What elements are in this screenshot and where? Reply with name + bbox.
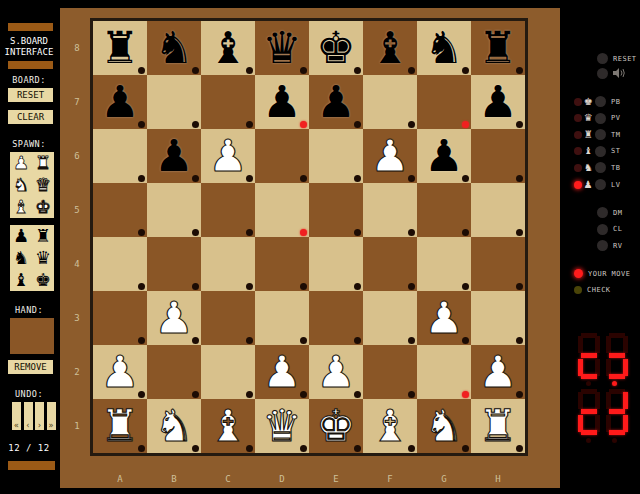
square-d2[interactable]: ♟ [255,345,309,399]
square-marker-dot [192,391,199,398]
app-window: S.BOARD INTERFACE BOARD: RESET CLEAR SPA… [0,0,640,494]
square-marker-dot [300,445,307,452]
mode-row-dm: DM [560,204,640,221]
square-marker-dot [516,67,523,74]
sound-row [560,65,640,82]
button-lv[interactable] [595,179,606,190]
indicator-led-pb [574,98,582,106]
square-g2[interactable] [417,345,471,399]
square-marker-dot [408,391,415,398]
your-move-led [574,269,583,278]
clock-decimal-point-3 [586,438,591,443]
square-marker-dot [408,67,415,74]
spawn-black-king[interactable]: ♚ [32,269,54,291]
square-g8[interactable]: ♞ [417,21,471,75]
square-h8[interactable]: ♜ [471,21,525,75]
square-e8[interactable]: ♚ [309,21,363,75]
square-g6[interactable]: ♟ [417,129,471,183]
check-label: CHECK [587,286,611,294]
square-b7[interactable] [147,75,201,129]
square-a3[interactable] [93,291,147,345]
square-marker-dot [246,67,253,74]
indicator-label-st: ST [611,147,620,155]
square-h5[interactable] [471,183,525,237]
undo-section-label: UNDO: [0,389,58,399]
indicator-row-pv: ♛PV [560,110,640,127]
accent-bar-under-title [8,61,53,69]
square-marker-dot [462,337,469,344]
button-st[interactable] [595,146,606,157]
rank-label-3: 3 [70,291,84,345]
reset-board-button[interactable]: RESET [8,88,53,102]
square-g4[interactable] [417,237,471,291]
square-d7[interactable]: ♟ [255,75,309,129]
square-marker-dot [246,283,253,290]
square-a7[interactable]: ♟ [93,75,147,129]
segment-b [623,336,628,353]
spawn-panel-black: ♟♜♞♛♝♚ [10,225,54,291]
segment-g [581,409,597,414]
file-label-E: E [309,466,363,492]
spawn-black-pawn[interactable]: ♟ [10,225,32,247]
rank-label-1: 1 [70,399,84,453]
square-marker-dot [408,175,415,182]
square-h3[interactable] [471,291,525,345]
rank-label-6: 6 [70,129,84,183]
rank-label-5: 5 [70,183,84,237]
square-d3[interactable] [255,291,309,345]
accent-bar-top [8,23,53,31]
hand-section-label: HAND: [0,305,58,315]
square-b2[interactable] [147,345,201,399]
spawn-white-pawn[interactable]: ♟ [10,152,32,174]
chess-board: ♜♞♝♛♚♝♞♜♟♟♟♟♟♟♟♟♟♟♟♟♟♟♜♞♝♛♚♝♞♜ [90,18,528,456]
file-label-D: D [255,466,309,492]
square-e3[interactable] [309,291,363,345]
square-c3[interactable] [201,291,255,345]
pawn-icon: ♟ [582,180,595,190]
indicator-led-tb [574,164,582,172]
square-b3[interactable]: ♟ [147,291,201,345]
square-g5[interactable] [417,183,471,237]
square-marker-dot [246,391,253,398]
square-h2[interactable]: ♟ [471,345,525,399]
rank-label-4: 4 [70,237,84,291]
square-marker-dot [138,283,145,290]
square-d6[interactable] [255,129,309,183]
file-label-A: A [93,466,147,492]
file-label-F: F [363,466,417,492]
square-d1[interactable]: ♛ [255,399,309,453]
indicator-label-tb: TB [611,164,620,172]
board-section-label: BOARD: [0,75,58,85]
square-a8[interactable]: ♜ [93,21,147,75]
square-marker-dot [408,121,415,128]
square-marker-dot [354,445,361,452]
square-marker-dot [246,337,253,344]
square-a1[interactable]: ♜ [93,399,147,453]
file-label-C: C [201,466,255,492]
speaker-icon [613,68,625,80]
square-h7[interactable]: ♟ [471,75,525,129]
square-marker-dot [300,67,307,74]
clock-decimal-point-4 [612,438,617,443]
square-marker-dot [516,445,523,452]
redo-all-button[interactable]: » [47,402,56,430]
undo-counter: 12 / 12 [0,443,58,453]
square-marker-dot [516,121,523,128]
square-marker-dot [408,283,415,290]
file-label-G: G [417,466,471,492]
clock-display [576,330,634,446]
square-a2[interactable]: ♟ [93,345,147,399]
button-rv[interactable] [597,240,608,251]
spawn-black-rook[interactable]: ♜ [32,225,54,247]
square-e6[interactable] [309,129,363,183]
spawn-white-queen[interactable]: ♛ [32,174,54,196]
square-d8[interactable]: ♛ [255,21,309,75]
spawn-black-queen[interactable]: ♛ [32,247,54,269]
square-marker-dot [192,445,199,452]
square-marker-dot [354,121,361,128]
square-marker-dot [462,229,469,236]
square-f5[interactable] [363,183,417,237]
spawn-white-rook[interactable]: ♜ [32,152,54,174]
clear-board-button[interactable]: CLEAR [8,110,53,124]
square-marker-dot [300,175,307,182]
clock-digit-3 [578,389,600,435]
square-marker-dot [192,121,199,128]
board-frame: ♜♞♝♛♚♝♞♜♟♟♟♟♟♟♟♟♟♟♟♟♟♟♜♞♝♛♚♝♞♜ 87654321 … [60,8,560,488]
square-marker-dot [138,337,145,344]
remove-button[interactable]: REMOVE [8,360,53,374]
mode-label-rv: RV [613,242,622,250]
mode-label-dm: DM [613,209,622,217]
app-title-line2: INTERFACE [0,47,58,57]
button-tm[interactable] [595,129,606,140]
queen-icon: ♛ [582,113,595,123]
square-f6[interactable]: ♟ [363,129,417,183]
button-cl[interactable] [597,224,608,235]
reset-engine-label: RESET [613,55,637,63]
clock-decimal-point-2 [612,381,617,386]
square-c8[interactable]: ♝ [201,21,255,75]
square-h1[interactable]: ♜ [471,399,525,453]
square-marker-dot [300,283,307,290]
square-marker-dot [462,121,469,128]
square-e4[interactable] [309,237,363,291]
square-marker-dot [516,175,523,182]
segment-b [623,392,628,409]
indicator-row-st: ♝ST [560,143,640,160]
app-title-line1: S.BOARD [0,36,58,46]
square-a4[interactable] [93,237,147,291]
square-f4[interactable] [363,237,417,291]
bishop-icon: ♝ [582,146,595,156]
segment-f [578,392,583,409]
rank-label-7: 7 [70,75,84,129]
segment-d [609,374,625,379]
square-marker-dot [246,175,253,182]
square-e1[interactable]: ♚ [309,399,363,453]
square-marker-dot [516,391,523,398]
indicator-row-lv: ♟LV [560,176,640,193]
spawn-section-label: SPAWN: [0,139,58,149]
square-marker-dot [408,445,415,452]
square-b6[interactable]: ♟ [147,129,201,183]
square-marker-dot [300,391,307,398]
square-marker-dot [354,283,361,290]
clock-digit-1 [578,333,600,379]
square-marker-dot [138,121,145,128]
segment-g [609,353,625,358]
square-f8[interactable]: ♝ [363,21,417,75]
mode-row-cl: CL [560,221,640,238]
square-marker-dot [354,337,361,344]
king-icon: ♚ [582,97,595,107]
square-marker-dot [354,391,361,398]
clock-digit-2 [606,333,628,379]
square-e7[interactable]: ♟ [309,75,363,129]
square-marker-dot [516,229,523,236]
knight-icon: ♞ [582,163,595,173]
square-marker-dot [408,337,415,344]
segment-f [606,336,611,353]
spawn-white-knight[interactable]: ♞ [10,174,32,196]
file-label-H: H [471,466,525,492]
square-g7[interactable] [417,75,471,129]
square-marker-dot [138,391,145,398]
square-marker-dot [408,229,415,236]
square-e5[interactable] [309,183,363,237]
square-f2[interactable] [363,345,417,399]
square-marker-dot [138,229,145,236]
indicator-row-pb: ♚PB [560,93,640,110]
square-marker-dot [138,445,145,452]
square-g1[interactable]: ♞ [417,399,471,453]
undo-all-button[interactable]: « [12,402,21,430]
spawn-white-king[interactable]: ♚ [32,196,54,218]
segment-b [595,392,600,409]
undo-button[interactable]: ‹ [24,402,33,430]
indicator-led-st [574,147,582,155]
square-g3[interactable]: ♟ [417,291,471,345]
square-f1[interactable]: ♝ [363,399,417,453]
square-marker-dot [300,229,307,236]
square-marker-dot [354,175,361,182]
segment-d [581,374,597,379]
square-marker-dot [462,283,469,290]
square-marker-dot [192,337,199,344]
segment-f [606,392,611,409]
your-move-label: YOUR MOVE [588,270,630,278]
square-b8[interactable]: ♞ [147,21,201,75]
mode-row-rv: RV [560,237,640,254]
check-led [574,286,582,294]
indicator-led-pv [574,114,582,122]
square-c7[interactable] [201,75,255,129]
spawn-black-knight[interactable]: ♞ [10,247,32,269]
segment-g [609,409,625,414]
square-marker-dot [246,229,253,236]
segment-g [581,353,597,358]
rank-label-2: 2 [70,345,84,399]
indicator-label-lv: LV [611,181,620,189]
indicator-label-tm: TM [611,131,620,139]
indicator-label-pv: PV [611,114,620,122]
square-marker-dot [354,229,361,236]
spawn-panel-white: ♟♜♞♛♝♚ [10,152,54,218]
square-marker-dot [462,445,469,452]
indicator-row-tm: ♜TM [560,126,640,143]
check-row: CHECK [560,281,640,298]
square-h6[interactable] [471,129,525,183]
square-e2[interactable]: ♟ [309,345,363,399]
square-b4[interactable] [147,237,201,291]
mode-label-cl: CL [613,225,622,233]
left-sidebar: S.BOARD INTERFACE BOARD: RESET CLEAR SPA… [0,0,60,494]
reset-engine-button[interactable] [597,53,608,64]
square-marker-dot [516,337,523,344]
square-marker-dot [354,67,361,74]
indicator-label-pb: PB [611,98,620,106]
square-f3[interactable] [363,291,417,345]
square-marker-dot [462,67,469,74]
square-marker-dot [246,445,253,452]
file-label-B: B [147,466,201,492]
indicator-led-lv [574,181,582,189]
square-a6[interactable] [93,129,147,183]
square-marker-dot [300,121,307,128]
indicator-led-tm [574,131,582,139]
your-move-row: YOUR MOVE [560,265,640,282]
clock-decimal-point-1 [586,381,591,386]
square-c2[interactable] [201,345,255,399]
square-marker-dot [192,229,199,236]
segment-b [595,336,600,353]
square-marker-dot [516,283,523,290]
button-pb[interactable] [595,96,606,107]
segment-d [581,430,597,435]
square-d5[interactable] [255,183,309,237]
button-dm[interactable] [597,207,608,218]
square-marker-dot [138,175,145,182]
square-marker-dot [462,391,469,398]
square-d4[interactable] [255,237,309,291]
button-pv[interactable] [595,113,606,124]
button-tb[interactable] [595,162,606,173]
rank-label-8: 8 [70,21,84,75]
square-c4[interactable] [201,237,255,291]
square-marker-dot [192,67,199,74]
square-marker-dot [300,337,307,344]
square-b1[interactable]: ♞ [147,399,201,453]
square-c5[interactable] [201,183,255,237]
square-marker-dot [192,283,199,290]
spawn-white-bishop[interactable]: ♝ [10,196,32,218]
spawn-black-bishop[interactable]: ♝ [10,269,32,291]
clock-digit-4 [606,389,628,435]
hand-slot[interactable] [10,318,54,354]
redo-button[interactable]: › [35,402,44,430]
rook-icon: ♜ [582,130,595,140]
square-c1[interactable]: ♝ [201,399,255,453]
indicator-row-tb: ♞TB [560,159,640,176]
sound-button[interactable] [597,68,608,79]
segment-f [578,336,583,353]
square-marker-dot [462,175,469,182]
square-a5[interactable] [93,183,147,237]
segment-d [609,430,625,435]
square-marker-dot [246,121,253,128]
square-c6[interactable]: ♟ [201,129,255,183]
square-b5[interactable] [147,183,201,237]
accent-bar-bottom [8,461,55,470]
square-h4[interactable] [471,237,525,291]
square-f7[interactable] [363,75,417,129]
square-marker-dot [138,67,145,74]
square-marker-dot [192,175,199,182]
